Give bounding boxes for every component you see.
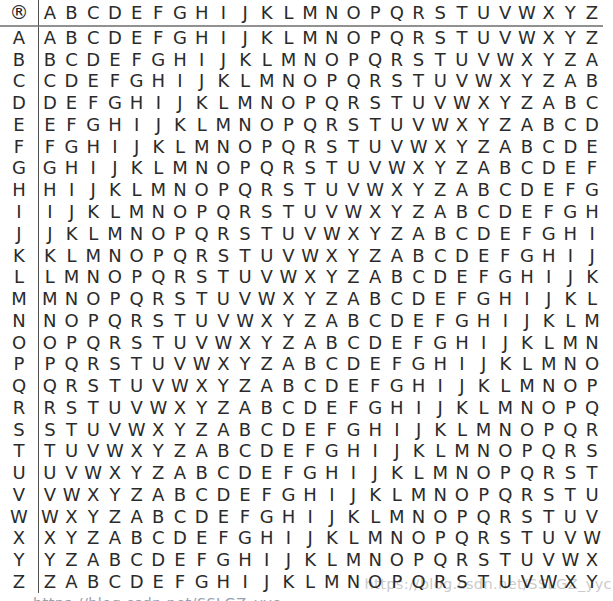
grid-cell: T [581, 462, 603, 484]
grid-cell: A [451, 179, 473, 201]
grid-cell: X [494, 71, 516, 93]
grid-cell: P [299, 92, 321, 114]
grid-cell: L [147, 158, 169, 180]
grid-cell: V [82, 441, 104, 463]
grid-cell: H [169, 49, 191, 71]
grid-cell: C [39, 71, 61, 93]
grid-cell: G [538, 223, 560, 245]
grid-cell: A [581, 49, 603, 71]
grid-cell: D [169, 528, 191, 550]
grid-cell: X [61, 506, 83, 528]
grid-cell: C [82, 27, 104, 49]
grid-cell: R [278, 158, 300, 180]
grid-cell: D [82, 49, 104, 71]
grid-cell: J [494, 332, 516, 354]
header-cell: Z [581, 0, 603, 27]
grid-cell: S [538, 484, 560, 506]
grid-cell: E [169, 549, 191, 571]
grid-cell: G [321, 441, 343, 463]
grid-cell: P [408, 549, 430, 571]
grid-cell: B [473, 179, 495, 201]
grid-cell: K [473, 375, 495, 397]
grid-cell: E [408, 310, 430, 332]
grid-cell: K [321, 528, 343, 550]
grid-cell: X [278, 288, 300, 310]
grid-cell: G [234, 528, 256, 550]
grid-cell: L [82, 223, 104, 245]
clipped-text-fragment: https://blog.csdn.net/SSLGZ_yyc [33, 595, 281, 601]
grid-cell: Q [386, 27, 408, 49]
grid-cell: B [494, 158, 516, 180]
grid-cell: K [147, 136, 169, 158]
grid-cell: U [429, 71, 451, 93]
grid-cell: W [213, 332, 235, 354]
grid-cell: J [147, 114, 169, 136]
grid-cell: P [364, 27, 386, 49]
grid-cell: B [408, 245, 430, 267]
grid-cell: O [343, 27, 365, 49]
grid-cell: N [429, 484, 451, 506]
grid-cell: N [61, 288, 83, 310]
grid-cell: M [473, 419, 495, 441]
grid-cell: T [429, 49, 451, 71]
grid-cell: X [364, 201, 386, 223]
grid-cell: B [39, 49, 61, 71]
grid-cell: Y [364, 223, 386, 245]
grid-cell: O [429, 506, 451, 528]
grid-cell: F [451, 288, 473, 310]
grid-cell: I [104, 136, 126, 158]
grid-cell: D [343, 353, 365, 375]
grid-cell: Q [494, 484, 516, 506]
grid-cell: Q [82, 332, 104, 354]
grid-cell: S [364, 92, 386, 114]
grid-cell: S [386, 71, 408, 93]
grid-cell: M [82, 245, 104, 267]
grid-cell: G [169, 27, 191, 49]
grid-cell: B [147, 506, 169, 528]
grid-cell: B [278, 375, 300, 397]
grid-cell: Y [581, 571, 603, 593]
grid-cell: Y [299, 288, 321, 310]
grid-cell: L [516, 353, 538, 375]
grid-cell: T [278, 201, 300, 223]
grid-cell: H [451, 332, 473, 354]
grid-cell: B [104, 549, 126, 571]
grid-cell: V [473, 49, 495, 71]
grid-cell: V [169, 353, 191, 375]
grid-cell: C [364, 310, 386, 332]
grid-cell: E [278, 441, 300, 463]
grid-cell: B [191, 462, 213, 484]
grid-cell: Q [581, 397, 603, 419]
grid-cell: Q [451, 528, 473, 550]
grid-cell: J [104, 158, 126, 180]
grid-cell: N [147, 201, 169, 223]
grid-cell: I [82, 158, 104, 180]
corner-registered-icon: ® [0, 0, 39, 27]
grid-cell: M [278, 49, 300, 71]
grid-cell: Q [516, 462, 538, 484]
grid-cell: M [343, 549, 365, 571]
grid-cell: E [516, 201, 538, 223]
grid-cell: S [191, 266, 213, 288]
grid-cell: S [516, 506, 538, 528]
grid-cell: G [126, 71, 148, 93]
grid-cell: V [386, 136, 408, 158]
header-cell: X [538, 0, 560, 27]
grid-cell: Q [126, 288, 148, 310]
grid-cell: F [169, 571, 191, 593]
grid-cell: H [256, 528, 278, 550]
grid-cell: C [213, 462, 235, 484]
grid-cell: U [581, 484, 603, 506]
grid-cell: Y [256, 332, 278, 354]
grid-cell: A [429, 201, 451, 223]
grid-cell: S [256, 201, 278, 223]
grid-cell: Z [538, 71, 560, 93]
grid-cell: O [82, 288, 104, 310]
grid-cell: T [39, 441, 61, 463]
grid-cell: I [408, 397, 430, 419]
grid-cell: N [408, 506, 430, 528]
grid-cell: S [429, 27, 451, 49]
grid-cell: C [256, 419, 278, 441]
grid-cell: T [560, 484, 582, 506]
grid-cell: K [386, 462, 408, 484]
grid-cell: D [473, 223, 495, 245]
grid-cell: T [61, 419, 83, 441]
grid-cell: Y [169, 419, 191, 441]
grid-cell: V [364, 158, 386, 180]
header-cell: U [473, 0, 495, 27]
grid-cell: E [61, 92, 83, 114]
grid-cell: J [234, 27, 256, 49]
grid-cell: F [278, 462, 300, 484]
grid-cell: O [321, 49, 343, 71]
grid-cell: X [191, 375, 213, 397]
grid-cell: L [278, 27, 300, 49]
row-label: S [0, 419, 39, 441]
grid-cell: F [213, 528, 235, 550]
grid-cell: G [39, 158, 61, 180]
grid-cell: K [234, 49, 256, 71]
grid-cell: M [451, 441, 473, 463]
row-label: H [0, 179, 39, 201]
grid-cell: R [61, 375, 83, 397]
grid-cell: I [516, 288, 538, 310]
grid-cell: W [169, 375, 191, 397]
grid-cell: F [408, 332, 430, 354]
grid-cell: I [61, 179, 83, 201]
grid-cell: T [191, 288, 213, 310]
grid-cell: W [343, 201, 365, 223]
grid-cell: H [278, 506, 300, 528]
grid-cell: A [538, 92, 560, 114]
grid-cell: Z [213, 397, 235, 419]
grid-cell: K [104, 179, 126, 201]
grid-cell: N [473, 441, 495, 463]
grid-cell: Y [234, 353, 256, 375]
grid-cell: E [299, 419, 321, 441]
grid-cell: O [147, 223, 169, 245]
grid-cell: B [299, 353, 321, 375]
grid-cell: I [429, 375, 451, 397]
grid-cell: J [169, 92, 191, 114]
grid-cell: K [278, 571, 300, 593]
header-cell: B [61, 0, 83, 27]
grid-cell: Z [429, 179, 451, 201]
grid-cell: R [429, 571, 451, 593]
grid-cell: W [299, 245, 321, 267]
grid-cell: R [234, 201, 256, 223]
grid-cell: X [473, 92, 495, 114]
grid-cell: A [278, 353, 300, 375]
grid-cell: N [82, 266, 104, 288]
grid-cell: W [473, 71, 495, 93]
grid-cell: J [256, 571, 278, 593]
grid-cell: Y [408, 179, 430, 201]
grid-cell: K [494, 353, 516, 375]
grid-cell: E [494, 223, 516, 245]
grid-cell: O [364, 571, 386, 593]
grid-cell: J [364, 462, 386, 484]
grid-cell: M [213, 114, 235, 136]
grid-cell: R [516, 484, 538, 506]
grid-cell: S [39, 419, 61, 441]
grid-cell: J [538, 288, 560, 310]
grid-cell: N [451, 462, 473, 484]
grid-cell: P [321, 71, 343, 93]
grid-cell: W [104, 441, 126, 463]
grid-cell: P [343, 49, 365, 71]
grid-cell: G [429, 332, 451, 354]
grid-cell: T [408, 71, 430, 93]
grid-cell: Y [538, 49, 560, 71]
grid-cell: M [538, 353, 560, 375]
grid-cell: B [516, 136, 538, 158]
grid-cell: C [126, 549, 148, 571]
grid-cell: F [61, 114, 83, 136]
grid-cell: C [321, 353, 343, 375]
grid-cell: W [234, 310, 256, 332]
header-cell: I [213, 0, 235, 27]
grid-cell: Q [343, 71, 365, 93]
grid-cell: J [278, 549, 300, 571]
grid-cell: K [39, 245, 61, 267]
grid-cell: X [343, 223, 365, 245]
grid-cell: R [560, 441, 582, 463]
grid-cell: V [191, 332, 213, 354]
grid-cell: Q [39, 375, 61, 397]
grid-cell: I [256, 549, 278, 571]
grid-cell: G [343, 419, 365, 441]
grid-cell: C [299, 375, 321, 397]
grid-cell: G [147, 49, 169, 71]
grid-cell: E [256, 462, 278, 484]
grid-cell: C [451, 223, 473, 245]
grid-cell: F [538, 201, 560, 223]
grid-cell: I [191, 49, 213, 71]
grid-cell: V [104, 419, 126, 441]
grid-cell: L [386, 484, 408, 506]
grid-cell: K [213, 71, 235, 93]
grid-cell: M [321, 571, 343, 593]
grid-cell: H [126, 92, 148, 114]
header-cell: E [126, 0, 148, 27]
grid-cell: U [39, 462, 61, 484]
grid-cell: O [386, 549, 408, 571]
grid-cell: S [61, 397, 83, 419]
header-cell: H [191, 0, 213, 27]
header-cell: D [104, 0, 126, 27]
row-label: J [0, 223, 39, 245]
grid-cell: Q [364, 49, 386, 71]
grid-cell: F [581, 158, 603, 180]
grid-cell: U [364, 136, 386, 158]
grid-cell: F [82, 92, 104, 114]
grid-cell: H [364, 419, 386, 441]
grid-cell: F [321, 419, 343, 441]
grid-cell: R [169, 266, 191, 288]
grid-cell: K [343, 506, 365, 528]
grid-cell: Q [191, 223, 213, 245]
grid-cell: H [299, 484, 321, 506]
grid-cell: Z [169, 441, 191, 463]
grid-cell: D [104, 27, 126, 49]
grid-cell: Z [82, 528, 104, 550]
grid-cell: P [538, 419, 560, 441]
grid-cell: H [213, 571, 235, 593]
grid-cell: O [581, 353, 603, 375]
grid-cell: G [104, 92, 126, 114]
grid-cell: W [61, 484, 83, 506]
grid-cell: I [234, 571, 256, 593]
grid-cell: P [82, 310, 104, 332]
grid-cell: U [451, 49, 473, 71]
grid-cell: X [516, 49, 538, 71]
grid-cell: V [538, 549, 560, 571]
grid-cell: J [473, 353, 495, 375]
grid-cell: A [560, 71, 582, 93]
grid-cell: C [169, 506, 191, 528]
grid-cell: Y [494, 92, 516, 114]
grid-cell: S [213, 245, 235, 267]
grid-cell: B [386, 266, 408, 288]
grid-cell: H [321, 462, 343, 484]
grid-cell: Q [473, 506, 495, 528]
grid-cell: A [213, 419, 235, 441]
grid-cell: D [39, 92, 61, 114]
grid-cell: M [581, 310, 603, 332]
grid-cell: Y [39, 549, 61, 571]
grid-cell: D [429, 266, 451, 288]
grid-cell: N [191, 158, 213, 180]
grid-cell: S [278, 179, 300, 201]
row-label: E [0, 114, 39, 136]
grid-cell: K [538, 310, 560, 332]
grid-cell: K [560, 288, 582, 310]
grid-cell: T [494, 549, 516, 571]
grid-cell: H [408, 375, 430, 397]
grid-cell: B [321, 332, 343, 354]
grid-cell: P [234, 158, 256, 180]
grid-cell: Z [516, 92, 538, 114]
row-label: C [0, 71, 39, 93]
grid-cell: B [61, 27, 83, 49]
grid-cell: P [126, 266, 148, 288]
grid-cell: L [343, 528, 365, 550]
grid-cell: O [104, 266, 126, 288]
grid-cell: J [191, 71, 213, 93]
grid-cell: N [234, 114, 256, 136]
grid-cell: G [516, 245, 538, 267]
grid-cell: V [408, 114, 430, 136]
row-label: F [0, 136, 39, 158]
grid-cell: E [82, 71, 104, 93]
grid-cell: D [191, 506, 213, 528]
grid-cell: N [126, 223, 148, 245]
grid-cell: E [104, 49, 126, 71]
grid-cell: J [343, 484, 365, 506]
grid-cell: V [516, 571, 538, 593]
grid-cell: T [516, 528, 538, 550]
grid-cell: X [147, 419, 169, 441]
grid-cell: U [61, 441, 83, 463]
tabula-recta-image: https://blog.csdn.net/SSLGZ_yyc https://… [0, 0, 613, 601]
grid-cell: U [516, 549, 538, 571]
grid-cell: Q [321, 92, 343, 114]
grid-cell: C [494, 179, 516, 201]
grid-cell: H [386, 397, 408, 419]
grid-cell: M [299, 27, 321, 49]
grid-cell: D [61, 71, 83, 93]
grid-cell: W [147, 397, 169, 419]
grid-cell: Y [560, 27, 582, 49]
grid-cell: Z [61, 549, 83, 571]
grid-cell: O [516, 419, 538, 441]
grid-cell: S [560, 462, 582, 484]
grid-cell: B [560, 92, 582, 114]
grid-cell: F [343, 397, 365, 419]
grid-cell: H [494, 288, 516, 310]
row-label: Z [0, 571, 39, 593]
grid-cell: A [39, 27, 61, 49]
grid-cell: J [213, 49, 235, 71]
grid-cell: G [408, 353, 430, 375]
grid-cell: F [191, 549, 213, 571]
grid-cell: S [104, 353, 126, 375]
grid-cell: O [473, 462, 495, 484]
grid-cell: J [581, 245, 603, 267]
grid-cell: I [147, 92, 169, 114]
grid-cell: S [169, 288, 191, 310]
grid-cell: N [386, 528, 408, 550]
grid-cell: L [364, 506, 386, 528]
grid-cell: G [581, 179, 603, 201]
header-cell: R [408, 0, 430, 27]
grid-cell: Z [39, 571, 61, 593]
header-cell: Q [386, 0, 408, 27]
grid-cell: I [39, 201, 61, 223]
grid-cell: V [321, 201, 343, 223]
grid-cell: X [386, 179, 408, 201]
grid-cell: H [538, 245, 560, 267]
grid-cell: C [104, 571, 126, 593]
grid-cell: Z [104, 506, 126, 528]
grid-cell: S [147, 310, 169, 332]
grid-cell: H [61, 158, 83, 180]
